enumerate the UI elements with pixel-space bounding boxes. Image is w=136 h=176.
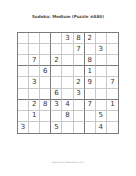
given-digit: 8	[43, 101, 47, 108]
given-digit: 7	[110, 79, 114, 86]
cell-r6c3[interactable]	[40, 89, 51, 100]
cell-r9c4: 5	[51, 122, 62, 133]
cell-r3c5[interactable]	[62, 55, 73, 66]
cell-r4c8[interactable]	[96, 66, 107, 77]
cell-r7c5: 4	[62, 100, 73, 111]
given-digit: 2	[87, 35, 91, 42]
cell-r3c4: 2	[51, 55, 62, 66]
given-digit: 3	[65, 35, 69, 42]
given-digit: 4	[65, 101, 69, 108]
cell-r9c8: 4	[96, 122, 107, 133]
given-digit: 8	[65, 112, 69, 119]
cell-r5c5[interactable]	[62, 77, 73, 88]
cell-r4c4[interactable]	[51, 66, 62, 77]
cell-r9c3[interactable]	[40, 122, 51, 133]
cell-r9c9[interactable]	[107, 122, 118, 133]
cell-r2c7[interactable]	[85, 44, 96, 55]
cell-r8c9[interactable]	[107, 111, 118, 122]
cell-r9c5[interactable]	[62, 122, 73, 133]
cell-r3c9[interactable]	[107, 55, 118, 66]
cell-r6c5[interactable]	[62, 89, 73, 100]
cell-r5c8[interactable]	[96, 77, 107, 88]
given-digit: 2	[76, 79, 80, 86]
given-digit: 3	[54, 101, 58, 108]
cell-r8c3[interactable]	[40, 111, 51, 122]
cell-r5c6: 2	[74, 77, 85, 88]
cell-r3c8[interactable]	[96, 55, 107, 66]
cell-r1c2[interactable]	[29, 33, 40, 44]
given-digit: 6	[54, 90, 58, 97]
footer-url: www.printfreesudoku.com	[0, 161, 136, 164]
given-digit: 8	[76, 35, 80, 42]
cell-r4c5[interactable]	[62, 66, 73, 77]
cell-r1c6: 8	[74, 33, 85, 44]
cell-r2c5[interactable]	[62, 44, 73, 55]
cell-r5c1[interactable]	[18, 77, 29, 88]
given-digit: 3	[32, 79, 36, 86]
cell-r6c7[interactable]	[85, 89, 96, 100]
cell-r8c7[interactable]	[85, 111, 96, 122]
cell-r4c9[interactable]	[107, 66, 118, 77]
cell-r5c4[interactable]	[51, 77, 62, 88]
cell-r3c7: 8	[85, 55, 96, 66]
cell-r2c3[interactable]	[40, 44, 51, 55]
cell-r6c8[interactable]	[96, 89, 107, 100]
cell-r6c2[interactable]	[29, 89, 40, 100]
cell-r8c4[interactable]	[51, 111, 62, 122]
cell-r7c3: 8	[40, 100, 51, 111]
cell-r8c2: 1	[29, 111, 40, 122]
cell-r1c8[interactable]	[96, 33, 107, 44]
cell-r6c9[interactable]	[107, 89, 118, 100]
cell-r1c3[interactable]	[40, 33, 51, 44]
given-digit: 7	[76, 46, 80, 53]
cell-r2c8: 3	[96, 44, 107, 55]
given-digit: 2	[32, 101, 36, 108]
cell-r5c7: 9	[85, 77, 96, 88]
cell-r6c1[interactable]	[18, 89, 29, 100]
cell-r9c6[interactable]	[74, 122, 85, 133]
given-digit: 5	[99, 112, 103, 119]
cell-r2c1[interactable]	[18, 44, 29, 55]
puzzle-title: Sudoku: Medium (Puzzle #A80)	[0, 14, 136, 19]
cell-r8c1[interactable]	[18, 111, 29, 122]
cell-r1c7: 2	[85, 33, 96, 44]
cell-r8c5: 8	[62, 111, 73, 122]
cell-r7c9: 1	[107, 100, 118, 111]
cell-r3c1[interactable]	[18, 55, 29, 66]
cell-r9c7[interactable]	[85, 122, 96, 133]
given-digit: 1	[32, 112, 36, 119]
cell-r1c9[interactable]	[107, 33, 118, 44]
sudoku-grid: 3827372861329763283471185354	[17, 32, 119, 134]
cell-r6c6: 3	[74, 89, 85, 100]
cell-r9c2[interactable]	[29, 122, 40, 133]
cell-r3c2: 7	[29, 55, 40, 66]
cell-r7c6[interactable]	[74, 100, 85, 111]
cell-r3c3[interactable]	[40, 55, 51, 66]
cell-r4c3: 6	[40, 66, 51, 77]
given-digit: 2	[54, 57, 58, 64]
given-digit: 1	[110, 101, 114, 108]
cell-r7c1[interactable]	[18, 100, 29, 111]
cell-r4c1[interactable]	[18, 66, 29, 77]
given-digit: 3	[99, 46, 103, 53]
cell-r4c6[interactable]	[74, 66, 85, 77]
given-digit: 8	[87, 57, 91, 64]
given-digit: 7	[32, 57, 36, 64]
cell-r7c4: 3	[51, 100, 62, 111]
given-digit: 3	[76, 90, 80, 97]
cell-r8c6[interactable]	[74, 111, 85, 122]
cell-r4c2[interactable]	[29, 66, 40, 77]
cell-r2c6: 7	[74, 44, 85, 55]
cell-r9c1: 3	[18, 122, 29, 133]
given-digit: 6	[43, 68, 47, 75]
cell-r1c5: 3	[62, 33, 73, 44]
cell-r6c4: 6	[51, 89, 62, 100]
given-digit: 5	[54, 124, 58, 131]
given-digit: 7	[87, 101, 91, 108]
cell-r5c3[interactable]	[40, 77, 51, 88]
cell-r7c2: 2	[29, 100, 40, 111]
given-digit: 4	[99, 124, 103, 131]
cell-r2c9[interactable]	[107, 44, 118, 55]
cell-r1c1[interactable]	[18, 33, 29, 44]
given-digit: 1	[87, 68, 91, 75]
given-digit: 9	[87, 79, 91, 86]
cell-r8c8: 5	[96, 111, 107, 122]
cell-r2c4[interactable]	[51, 44, 62, 55]
given-digit: 3	[21, 124, 25, 131]
cell-r7c8[interactable]	[96, 100, 107, 111]
cell-r5c9: 7	[107, 77, 118, 88]
cell-r7c7: 7	[85, 100, 96, 111]
cell-r3c6[interactable]	[74, 55, 85, 66]
cell-r1c4[interactable]	[51, 33, 62, 44]
cell-r5c2: 3	[29, 77, 40, 88]
cell-r2c2[interactable]	[29, 44, 40, 55]
cell-r4c7: 1	[85, 66, 96, 77]
